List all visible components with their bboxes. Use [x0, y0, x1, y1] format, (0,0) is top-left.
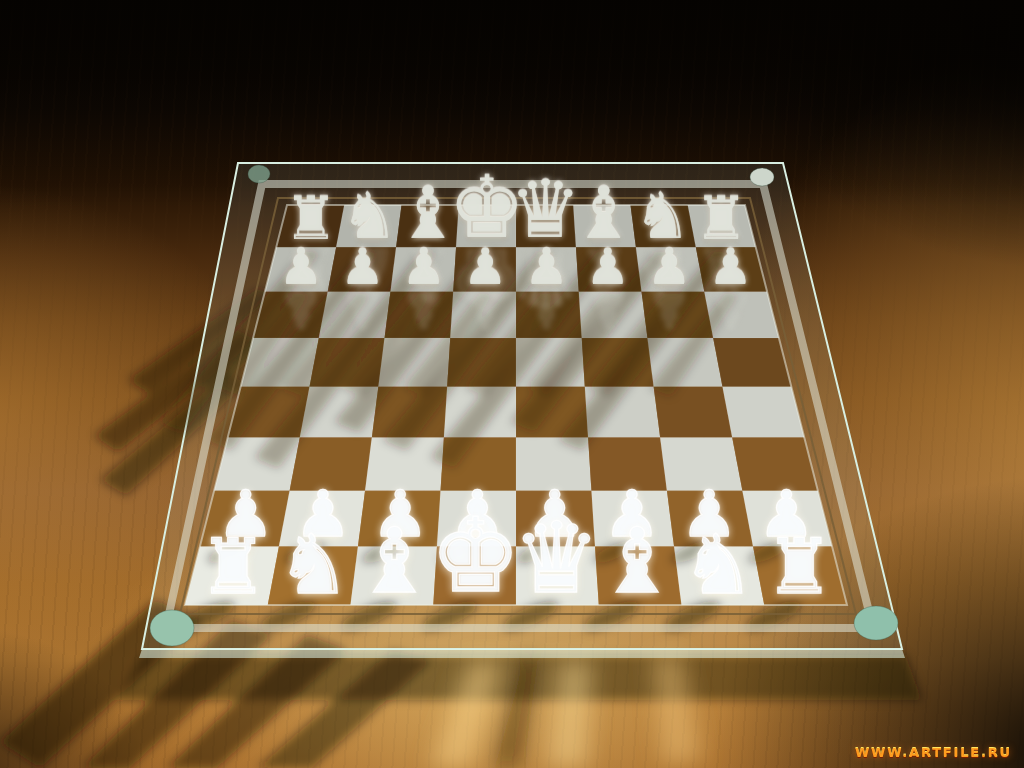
square-a8 [276, 205, 344, 247]
square-d2 [437, 491, 516, 547]
light-caustics [430, 655, 702, 768]
square-f3 [588, 438, 667, 491]
square-e2 [516, 491, 595, 547]
corner-pad [248, 165, 270, 183]
square-c1 [351, 547, 437, 605]
square-g8 [631, 205, 696, 247]
square-h2 [742, 491, 832, 547]
scene: ♜♜♞♞♝♝♚♚♛♛♝♝♞♞♜♜♟♟♟♟♟♟♟♟♟♟♟♟♟♟♟♟♟♟♟♟♟♟♟♟… [0, 0, 1024, 768]
square-b3 [290, 438, 372, 491]
square-g3 [660, 438, 742, 491]
square-g2 [667, 491, 753, 547]
corner-pad [150, 610, 194, 646]
squares [185, 205, 847, 605]
glass-edge [139, 649, 905, 658]
square-f2 [591, 491, 674, 547]
square-h3 [732, 438, 818, 491]
square-f8 [573, 205, 636, 247]
square-d8 [456, 205, 516, 247]
square-g4 [654, 387, 733, 438]
corner-pad [854, 606, 898, 640]
square-b2 [279, 491, 365, 547]
square-c8 [396, 205, 459, 247]
watermark: WWW.ARTFILE.RU [855, 745, 1012, 760]
square-b8 [336, 205, 401, 247]
corner-pad [750, 168, 774, 186]
square-c2 [358, 491, 441, 547]
square-a2 [200, 491, 290, 547]
glass-chessboard [0, 0, 1024, 768]
square-h8 [688, 205, 756, 247]
square-e8 [516, 205, 576, 247]
square-h5 [713, 338, 791, 387]
square-h4 [722, 387, 804, 438]
